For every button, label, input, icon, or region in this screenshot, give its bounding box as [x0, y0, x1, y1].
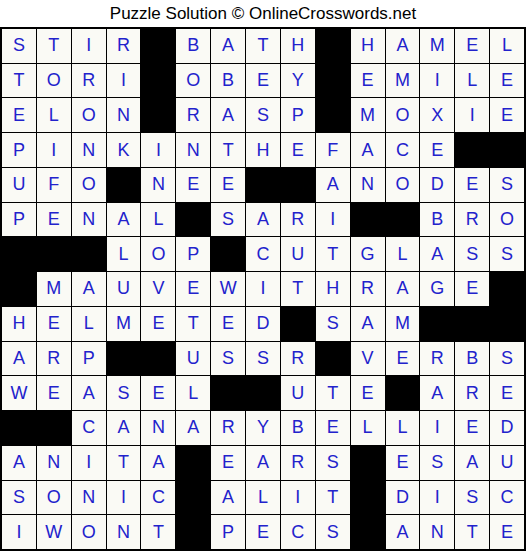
letter-cell-r3c6: R: [176, 98, 210, 132]
letter-cell-r12c9: B: [281, 411, 315, 445]
letter-cell-r8c11: R: [351, 272, 385, 306]
block-cell-r7c3: [72, 237, 106, 271]
letter-cell-r11c10: T: [316, 376, 350, 410]
letter-cell-r8c8: I: [246, 272, 280, 306]
letter-cell-r8c3: A: [72, 272, 106, 306]
letter-cell-r4c3: N: [72, 133, 106, 167]
letter-cell-r2c12: M: [386, 64, 420, 98]
letter-cell-r12c3: C: [72, 411, 106, 445]
letter-cell-r8c2: M: [37, 272, 71, 306]
letter-cell-r14c4: I: [107, 481, 141, 515]
letter-cell-r5c13: D: [420, 168, 454, 202]
letter-cell-r14c10: T: [316, 481, 350, 515]
letter-cell-r12c5: N: [141, 411, 175, 445]
letter-cell-r1c8: T: [246, 29, 280, 63]
letter-cell-r13c3: I: [72, 446, 106, 480]
letter-cell-r12c15: D: [490, 411, 524, 445]
letter-cell-r5c15: S: [490, 168, 524, 202]
letter-cell-r11c11: E: [351, 376, 385, 410]
letter-cell-r2c3: R: [72, 64, 106, 98]
letter-cell-r4c1: P: [2, 133, 36, 167]
letter-cell-r10c7: S: [211, 342, 245, 376]
letter-cell-r10c8: S: [246, 342, 280, 376]
letter-cell-r15c12: A: [386, 515, 420, 549]
block-cell-r4c15: [490, 133, 524, 167]
block-cell-r6c6: [176, 203, 210, 237]
letter-cell-r8c13: G: [420, 272, 454, 306]
letter-cell-r10c9: R: [281, 342, 315, 376]
block-cell-r7c7: [211, 237, 245, 271]
letter-cell-r8c5: V: [141, 272, 175, 306]
letter-cell-r7c12: L: [386, 237, 420, 271]
letter-cell-r9c6: T: [176, 307, 210, 341]
letter-cell-r11c2: E: [37, 376, 71, 410]
letter-cell-r4c10: F: [316, 133, 350, 167]
letter-cell-r14c14: S: [455, 481, 489, 515]
letter-cell-r4c13: E: [420, 133, 454, 167]
letter-cell-r2c13: I: [420, 64, 454, 98]
block-cell-r11c7: [211, 376, 245, 410]
letter-cell-r11c4: S: [107, 376, 141, 410]
block-cell-r3c5: [141, 98, 175, 132]
letter-cell-r13c10: S: [316, 446, 350, 480]
letter-cell-r10c13: R: [420, 342, 454, 376]
letter-cell-r12c14: E: [455, 411, 489, 445]
letter-cell-r8c6: E: [176, 272, 210, 306]
block-cell-r9c15: [490, 307, 524, 341]
block-cell-r3c10: [316, 98, 350, 132]
letter-cell-r8c7: W: [211, 272, 245, 306]
letter-cell-r7c6: P: [176, 237, 210, 271]
letter-cell-r11c5: E: [141, 376, 175, 410]
letter-cell-r13c9: R: [281, 446, 315, 480]
block-cell-r14c6: [176, 481, 210, 515]
letter-cell-r1c4: R: [107, 29, 141, 63]
letter-cell-r15c10: S: [316, 515, 350, 549]
letter-cell-r1c7: A: [211, 29, 245, 63]
letter-cell-r11c9: U: [281, 376, 315, 410]
letter-cell-r8c9: T: [281, 272, 315, 306]
letter-cell-r5c12: O: [386, 168, 420, 202]
letter-cell-r6c14: R: [455, 203, 489, 237]
letter-cell-r6c1: P: [2, 203, 36, 237]
letter-cell-r4c4: K: [107, 133, 141, 167]
letter-cell-r13c4: T: [107, 446, 141, 480]
block-cell-r6c11: [351, 203, 385, 237]
letter-cell-r1c1: S: [2, 29, 36, 63]
letter-cell-r2c4: I: [107, 64, 141, 98]
letter-cell-r11c1: W: [2, 376, 36, 410]
puzzle-solution-page: Puzzle Solution © OnlineCrosswords.net S…: [0, 0, 526, 551]
block-cell-r10c10: [316, 342, 350, 376]
block-cell-r15c6: [176, 515, 210, 549]
letter-cell-r13c15: U: [490, 446, 524, 480]
letter-cell-r12c6: A: [176, 411, 210, 445]
letter-cell-r10c1: A: [2, 342, 36, 376]
letter-cell-r1c14: E: [455, 29, 489, 63]
letter-cell-r1c15: L: [490, 29, 524, 63]
letter-cell-r5c1: U: [2, 168, 36, 202]
letter-cell-r5c7: E: [211, 168, 245, 202]
letter-cell-r2c7: B: [211, 64, 245, 98]
block-cell-r10c4: [107, 342, 141, 376]
letter-cell-r14c12: D: [386, 481, 420, 515]
letter-cell-r6c5: L: [141, 203, 175, 237]
letter-cell-r9c2: E: [37, 307, 71, 341]
letter-cell-r9c12: M: [386, 307, 420, 341]
letter-cell-r3c13: X: [420, 98, 454, 132]
letter-cell-r8c10: H: [316, 272, 350, 306]
letter-cell-r7c14: S: [455, 237, 489, 271]
letter-cell-r5c14: E: [455, 168, 489, 202]
letter-cell-r12c11: L: [351, 411, 385, 445]
letter-cell-r11c13: A: [420, 376, 454, 410]
letter-cell-r3c8: S: [246, 98, 280, 132]
letter-cell-r10c2: R: [37, 342, 71, 376]
letter-cell-r15c7: P: [211, 515, 245, 549]
block-cell-r9c14: [455, 307, 489, 341]
letter-cell-r2c9: Y: [281, 64, 315, 98]
block-cell-r10c5: [141, 342, 175, 376]
letter-cell-r12c8: Y: [246, 411, 280, 445]
letter-cell-r2c2: O: [37, 64, 71, 98]
letter-cell-r8c4: U: [107, 272, 141, 306]
letter-cell-r15c3: O: [72, 515, 106, 549]
letter-cell-r8c14: E: [455, 272, 489, 306]
letter-cell-r7c9: U: [281, 237, 315, 271]
letter-cell-r14c1: S: [2, 481, 36, 515]
letter-cell-r14c5: C: [141, 481, 175, 515]
letter-cell-r4c11: A: [351, 133, 385, 167]
letter-cell-r1c13: M: [420, 29, 454, 63]
letter-cell-r9c3: L: [72, 307, 106, 341]
letter-cell-r6c2: E: [37, 203, 71, 237]
letter-cell-r6c7: S: [211, 203, 245, 237]
letter-cell-r14c2: O: [37, 481, 71, 515]
block-cell-r5c9: [281, 168, 315, 202]
letter-cell-r15c2: W: [37, 515, 71, 549]
block-cell-r13c11: [351, 446, 385, 480]
letter-cell-r6c3: N: [72, 203, 106, 237]
crossword-grid: STIRBATHHAMELTORIOBEYEMILEELONRASPMOXIEP…: [0, 27, 526, 551]
block-cell-r9c9: [281, 307, 315, 341]
letter-cell-r4c6: N: [176, 133, 210, 167]
letter-cell-r7c15: S: [490, 237, 524, 271]
letter-cell-r5c10: A: [316, 168, 350, 202]
letter-cell-r13c13: S: [420, 446, 454, 480]
letter-cell-r12c7: R: [211, 411, 245, 445]
letter-cell-r15c4: N: [107, 515, 141, 549]
block-cell-r1c10: [316, 29, 350, 63]
letter-cell-r12c10: E: [316, 411, 350, 445]
letter-cell-r6c8: A: [246, 203, 280, 237]
block-cell-r5c8: [246, 168, 280, 202]
letter-cell-r12c12: L: [386, 411, 420, 445]
letter-cell-r2c15: E: [490, 64, 524, 98]
letter-cell-r6c13: B: [420, 203, 454, 237]
letter-cell-r13c12: E: [386, 446, 420, 480]
letter-cell-r13c14: A: [455, 446, 489, 480]
letter-cell-r12c13: I: [420, 411, 454, 445]
block-cell-r4c14: [455, 133, 489, 167]
letter-cell-r15c1: I: [2, 515, 36, 549]
letter-cell-r15c8: E: [246, 515, 280, 549]
letter-cell-r14c9: I: [281, 481, 315, 515]
block-cell-r11c12: [386, 376, 420, 410]
letter-cell-r6c9: R: [281, 203, 315, 237]
letter-cell-r4c7: T: [211, 133, 245, 167]
letter-cell-r4c5: I: [141, 133, 175, 167]
letter-cell-r10c12: E: [386, 342, 420, 376]
letter-cell-r1c2: T: [37, 29, 71, 63]
letter-cell-r10c14: B: [455, 342, 489, 376]
letter-cell-r13c5: A: [141, 446, 175, 480]
letter-cell-r4c9: E: [281, 133, 315, 167]
letter-cell-r4c2: I: [37, 133, 71, 167]
letter-cell-r3c15: E: [490, 98, 524, 132]
letter-cell-r11c14: R: [455, 376, 489, 410]
letter-cell-r9c10: S: [316, 307, 350, 341]
block-cell-r2c5: [141, 64, 175, 98]
letter-cell-r5c3: O: [72, 168, 106, 202]
letter-cell-r13c2: N: [37, 446, 71, 480]
block-cell-r15c11: [351, 515, 385, 549]
block-cell-r8c15: [490, 272, 524, 306]
block-cell-r7c2: [37, 237, 71, 271]
letter-cell-r4c12: C: [386, 133, 420, 167]
letter-cell-r3c9: P: [281, 98, 315, 132]
block-cell-r11c8: [246, 376, 280, 410]
letter-cell-r9c4: M: [107, 307, 141, 341]
letter-cell-r9c11: A: [351, 307, 385, 341]
block-cell-r6c12: [386, 203, 420, 237]
block-cell-r1c5: [141, 29, 175, 63]
letter-cell-r7c4: L: [107, 237, 141, 271]
letter-cell-r7c11: G: [351, 237, 385, 271]
letter-cell-r1c12: A: [386, 29, 420, 63]
letter-cell-r5c5: N: [141, 168, 175, 202]
letter-cell-r2c8: E: [246, 64, 280, 98]
letter-cell-r12c4: A: [107, 411, 141, 445]
letter-cell-r13c8: A: [246, 446, 280, 480]
letter-cell-r1c6: B: [176, 29, 210, 63]
letter-cell-r11c3: A: [72, 376, 106, 410]
letter-cell-r9c8: D: [246, 307, 280, 341]
letter-cell-r15c15: E: [490, 515, 524, 549]
letter-cell-r15c9: C: [281, 515, 315, 549]
block-cell-r9c13: [420, 307, 454, 341]
letter-cell-r15c13: N: [420, 515, 454, 549]
letter-cell-r14c7: A: [211, 481, 245, 515]
letter-cell-r15c14: T: [455, 515, 489, 549]
letter-cell-r10c11: V: [351, 342, 385, 376]
letter-cell-r8c12: A: [386, 272, 420, 306]
letter-cell-r3c12: O: [386, 98, 420, 132]
letter-cell-r6c4: A: [107, 203, 141, 237]
block-cell-r14c11: [351, 481, 385, 515]
letter-cell-r10c3: P: [72, 342, 106, 376]
letter-cell-r5c2: F: [37, 168, 71, 202]
letter-cell-r3c7: A: [211, 98, 245, 132]
letter-cell-r9c7: E: [211, 307, 245, 341]
letter-cell-r5c11: N: [351, 168, 385, 202]
letter-cell-r14c15: C: [490, 481, 524, 515]
letter-cell-r15c5: T: [141, 515, 175, 549]
letter-cell-r10c15: S: [490, 342, 524, 376]
letter-cell-r9c1: H: [2, 307, 36, 341]
letter-cell-r3c2: L: [37, 98, 71, 132]
letter-cell-r1c11: H: [351, 29, 385, 63]
block-cell-r2c10: [316, 64, 350, 98]
letter-cell-r2c1: T: [2, 64, 36, 98]
letter-cell-r2c6: O: [176, 64, 210, 98]
letter-cell-r7c5: O: [141, 237, 175, 271]
letter-cell-r1c3: I: [72, 29, 106, 63]
letter-cell-r9c5: E: [141, 307, 175, 341]
block-cell-r12c2: [37, 411, 71, 445]
letter-cell-r3c1: E: [2, 98, 36, 132]
letter-cell-r7c10: T: [316, 237, 350, 271]
letter-cell-r14c13: I: [420, 481, 454, 515]
letter-cell-r13c1: A: [2, 446, 36, 480]
block-cell-r5c4: [107, 168, 141, 202]
letter-cell-r4c8: H: [246, 133, 280, 167]
letter-cell-r7c13: A: [420, 237, 454, 271]
letter-cell-r7c8: C: [246, 237, 280, 271]
letter-cell-r14c8: L: [246, 481, 280, 515]
letter-cell-r3c14: I: [455, 98, 489, 132]
block-cell-r8c1: [2, 272, 36, 306]
block-cell-r12c1: [2, 411, 36, 445]
letter-cell-r11c6: L: [176, 376, 210, 410]
letter-cell-r5c6: E: [176, 168, 210, 202]
letter-cell-r2c11: E: [351, 64, 385, 98]
letter-cell-r2c14: L: [455, 64, 489, 98]
block-cell-r7c1: [2, 237, 36, 271]
letter-cell-r3c11: M: [351, 98, 385, 132]
letter-cell-r13c7: E: [211, 446, 245, 480]
page-title: Puzzle Solution © OnlineCrosswords.net: [0, 0, 526, 27]
letter-cell-r3c3: O: [72, 98, 106, 132]
letter-cell-r6c15: O: [490, 203, 524, 237]
block-cell-r13c6: [176, 446, 210, 480]
letter-cell-r14c3: N: [72, 481, 106, 515]
letter-cell-r11c15: E: [490, 376, 524, 410]
letter-cell-r6c10: I: [316, 203, 350, 237]
letter-cell-r3c4: N: [107, 98, 141, 132]
letter-cell-r1c9: H: [281, 29, 315, 63]
letter-cell-r10c6: U: [176, 342, 210, 376]
